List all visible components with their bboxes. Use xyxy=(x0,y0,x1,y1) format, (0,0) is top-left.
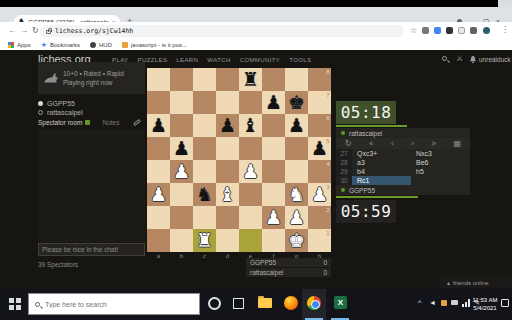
online-dot-icon xyxy=(341,188,345,192)
cycle-icon[interactable]: ↻ xyxy=(345,138,352,149)
bookmark-bookmarks[interactable]: ★ Bookmarks xyxy=(41,41,80,49)
bottom-player-row[interactable]: GGPP55 xyxy=(336,185,470,195)
square-b1[interactable] xyxy=(170,229,193,252)
square-a5[interactable] xyxy=(147,137,170,160)
phone-icon[interactable] xyxy=(133,119,141,126)
action-center-icon[interactable] xyxy=(501,299,509,307)
last-icon[interactable]: » xyxy=(431,138,436,149)
forward-button[interactable]: → xyxy=(20,26,28,36)
square-f5[interactable] xyxy=(262,137,285,160)
square-f7[interactable]: ♟ xyxy=(262,91,285,114)
square-g8[interactable] xyxy=(285,68,308,91)
black-pawn: ♟ xyxy=(170,137,193,160)
url-text: lichess.org/sjCw14hh xyxy=(55,27,133,35)
cortana-icon[interactable] xyxy=(208,297,221,310)
square-g7[interactable]: ♚ xyxy=(285,91,308,114)
square-h1[interactable]: 1 xyxy=(308,229,331,252)
square-d5[interactable] xyxy=(216,137,239,160)
time-control: 10+0 • Rated • Rapid xyxy=(63,69,124,78)
square-a3[interactable]: ♟ xyxy=(147,183,170,206)
square-b4[interactable]: ♟ xyxy=(170,160,193,183)
move-number: 29 xyxy=(336,167,352,176)
square-c3[interactable]: ♞ xyxy=(193,183,216,206)
crosstable-row[interactable]: GGPP55 0 xyxy=(246,258,331,267)
square-c4[interactable] xyxy=(193,160,216,183)
black-pawn: ♟ xyxy=(216,114,239,137)
square-a7[interactable] xyxy=(147,91,170,114)
square-f2[interactable]: ♟ xyxy=(262,206,285,229)
game-status: Playing right now xyxy=(63,78,124,87)
online-dot-icon xyxy=(341,131,345,135)
friends-online-widget[interactable]: ▴ friends online xyxy=(440,277,512,288)
browser-tab-strip: ♞ GGPP55 (2336) - rattascalpel (23 × + –… xyxy=(0,7,512,22)
top-right-notch xyxy=(498,0,512,7)
chrome-icon[interactable] xyxy=(307,296,321,310)
square-d6[interactable]: ♟ xyxy=(216,114,239,137)
square-f8[interactable] xyxy=(262,68,285,91)
black-pawn: ♟ xyxy=(147,114,170,137)
square-b6[interactable] xyxy=(170,114,193,137)
crosstable: GGPP55 0 rattascalpel 0 xyxy=(246,258,331,278)
square-g1[interactable]: ♚ xyxy=(285,229,308,252)
extension-icon[interactable] xyxy=(422,27,429,34)
search-icon xyxy=(35,302,40,307)
player-list: GGPP55 rattascalpel xyxy=(38,99,83,117)
square-d1[interactable] xyxy=(216,229,239,252)
nav-item-learn[interactable]: LEARN xyxy=(176,57,198,63)
rapid-rabbit-icon xyxy=(43,72,58,84)
player-white[interactable]: GGPP55 xyxy=(38,99,83,108)
square-c8[interactable] xyxy=(193,68,216,91)
nav-item-community[interactable]: COMMUNITY xyxy=(240,57,281,63)
rank-coordinate: 7 xyxy=(326,92,329,98)
tab-notes[interactable]: Notes xyxy=(102,119,119,126)
apps-grid-icon xyxy=(8,42,14,48)
white-move[interactable]: b4 xyxy=(352,167,411,176)
square-d3[interactable]: ♝ xyxy=(216,183,239,206)
square-h8[interactable]: 8 xyxy=(308,68,331,91)
move-row: 29b4h5 xyxy=(336,167,470,176)
black-piece-icon xyxy=(38,110,43,115)
black-king: ♚ xyxy=(285,91,308,114)
firefox-icon[interactable] xyxy=(284,296,298,310)
white-pawn: ♟ xyxy=(239,160,262,183)
rank-coordinate: 2 xyxy=(326,207,329,213)
bookmarks-bar: Apps ★ Bookmarks HUD javascript - is it … xyxy=(0,40,512,50)
extension-icon[interactable] xyxy=(458,27,465,34)
bookmark-javascript[interactable]: javascript - is it pos... xyxy=(122,42,187,48)
reload-button[interactable]: ↻ xyxy=(32,26,39,36)
room-on-indicator[interactable] xyxy=(85,120,90,125)
white-pawn: ♟ xyxy=(147,183,170,206)
search-icon[interactable] xyxy=(442,56,447,61)
square-c6[interactable] xyxy=(193,114,216,137)
tray-app-icon[interactable] xyxy=(441,300,447,306)
next-icon[interactable]: › xyxy=(411,138,414,149)
chat-messages-area xyxy=(38,129,145,242)
extension-icon[interactable] xyxy=(446,27,453,34)
white-move[interactable]: Qxc3+ xyxy=(352,149,411,158)
white-piece-icon xyxy=(38,101,43,106)
volume-icon[interactable]: ◄ xyxy=(429,298,436,308)
square-c2[interactable] xyxy=(193,206,216,229)
move-number: 27 xyxy=(336,149,352,158)
first-icon[interactable]: « xyxy=(369,138,374,149)
square-c7[interactable] xyxy=(193,91,216,114)
spectator-count: 39 Spectators xyxy=(38,261,78,268)
white-knight: ♞ xyxy=(285,183,308,206)
square-h4[interactable]: 4 xyxy=(308,160,331,183)
hud-icon xyxy=(90,42,96,48)
file-coordinate: b xyxy=(170,253,193,260)
profile-avatar[interactable] xyxy=(483,27,490,34)
black-bishop: ♝ xyxy=(239,114,262,137)
notifications-bell-icon[interactable] xyxy=(469,55,477,64)
challenges-icon[interactable]: ⚔ xyxy=(456,54,463,63)
square-b7[interactable] xyxy=(170,91,193,114)
square-f1[interactable] xyxy=(262,229,285,252)
white-rook: ♜ xyxy=(193,229,216,252)
js-icon xyxy=(122,42,128,48)
bookmark-hud[interactable]: HUD xyxy=(90,42,112,48)
extension-icon[interactable] xyxy=(434,27,441,34)
excel-icon[interactable]: X xyxy=(334,296,347,309)
start-button[interactable] xyxy=(9,298,21,310)
rank-coordinate: 1 xyxy=(326,230,329,236)
square-h7[interactable]: 7 xyxy=(308,91,331,114)
bottom-player-clock: 05:59 xyxy=(336,200,396,223)
move-number: 28 xyxy=(336,158,352,167)
square-c1[interactable]: ♜ xyxy=(193,229,216,252)
black-move[interactable]: Be6 xyxy=(411,158,470,167)
file-coordinate: a xyxy=(147,253,170,260)
file-coordinate: d xyxy=(216,253,239,260)
back-button[interactable]: ← xyxy=(8,26,16,36)
top-player-row[interactable]: rattascalpel xyxy=(336,128,470,138)
black-rook: ♜ xyxy=(239,68,262,91)
black-pawn: ♟ xyxy=(262,91,285,114)
move-panel: rattascalpel ↻«‹›»▦ 27Qxc3+Nxc328a3Be629… xyxy=(336,128,470,195)
square-a4[interactable] xyxy=(147,160,170,183)
tab-spectator-room[interactable]: Spectator room xyxy=(38,119,82,126)
white-pawn: ♟ xyxy=(262,206,285,229)
username[interactable]: unrealduck xyxy=(479,56,511,63)
rank-coordinate: 5 xyxy=(326,138,329,144)
square-e4[interactable]: ♟ xyxy=(239,160,262,183)
bookmark-star-icon[interactable]: ☆ xyxy=(410,26,417,35)
top-player-clock: 05:18 xyxy=(336,101,396,124)
square-h6[interactable]: 6 xyxy=(308,114,331,137)
task-view-icon[interactable] xyxy=(233,298,244,309)
nav-item-watch[interactable]: WATCH xyxy=(207,57,230,63)
square-e1[interactable] xyxy=(239,229,262,252)
square-g2[interactable]: ♟ xyxy=(285,206,308,229)
black-pawn: ♟ xyxy=(285,114,308,137)
white-move[interactable]: a3 xyxy=(352,158,411,167)
rank-coordinate: 4 xyxy=(326,161,329,167)
square-e6[interactable]: ♝ xyxy=(239,114,262,137)
square-d8[interactable] xyxy=(216,68,239,91)
chevron-up-icon: ▴ xyxy=(447,279,450,286)
prev-icon[interactable]: ‹ xyxy=(391,138,394,149)
move-list: 27Qxc3+Nxc328a3Be629b4h530Rc1 xyxy=(336,149,470,185)
move-list-toolbar: ↻«‹›»▦ xyxy=(336,138,470,149)
square-b2[interactable] xyxy=(170,206,193,229)
extension-icon[interactable] xyxy=(470,27,477,34)
square-d7[interactable] xyxy=(216,91,239,114)
move-row: 30Rc1 xyxy=(336,176,470,185)
screen-top-strip xyxy=(0,0,512,7)
analysis-board-icon[interactable]: ▦ xyxy=(453,138,461,149)
square-g6[interactable]: ♟ xyxy=(285,114,308,137)
square-g5[interactable] xyxy=(285,137,308,160)
square-e8[interactable]: ♜ xyxy=(239,68,262,91)
square-e2[interactable] xyxy=(239,206,262,229)
white-king: ♚ xyxy=(285,229,308,252)
square-g3[interactable]: ♞ xyxy=(285,183,308,206)
game-meta-box: 10+0 • Rated • Rapid Playing right now xyxy=(38,62,145,94)
black-move[interactable]: h5 xyxy=(411,167,470,176)
black-move[interactable]: Nxc3 xyxy=(411,149,470,158)
rank-coordinate: 3 xyxy=(326,184,329,190)
square-b8[interactable] xyxy=(170,68,193,91)
square-h5[interactable]: ♟5 xyxy=(308,137,331,160)
network-icon[interactable] xyxy=(462,299,471,307)
tray-folder-icon[interactable] xyxy=(451,300,458,305)
rank-coordinate: 6 xyxy=(326,115,329,121)
move-number: 30 xyxy=(336,176,352,185)
black-move xyxy=(411,176,470,185)
square-h3[interactable]: ♟3 xyxy=(308,183,331,206)
bookmark-apps[interactable]: Apps xyxy=(8,42,31,48)
browser-menu-icon[interactable]: ⋮ xyxy=(501,25,509,34)
square-f3[interactable] xyxy=(262,183,285,206)
square-e7[interactable] xyxy=(239,91,262,114)
rank-coordinate: 8 xyxy=(326,69,329,75)
taskbar-search-input[interactable] xyxy=(45,301,193,308)
move-row: 28a3Be6 xyxy=(336,158,470,167)
white-pawn: ♟ xyxy=(285,206,308,229)
crosstable-row[interactable]: rattascalpel 0 xyxy=(246,268,331,277)
square-a6[interactable]: ♟ xyxy=(147,114,170,137)
square-f6[interactable] xyxy=(262,114,285,137)
chat-input[interactable] xyxy=(38,243,145,256)
taskbar-clock[interactable]: 11:53 AM 5/4/2021 xyxy=(472,296,498,312)
square-c5[interactable] xyxy=(193,137,216,160)
chess-board: ♜8♟♚7♟♟♝♟6♟♟5♟♟4♟♞♝♞♟3♟♟2♜♚1 xyxy=(147,68,331,252)
square-e5[interactable] xyxy=(239,137,262,160)
white-move[interactable]: Rc1 xyxy=(352,176,411,185)
square-g4[interactable] xyxy=(285,160,308,183)
lock-icon xyxy=(46,30,51,34)
black-knight: ♞ xyxy=(193,183,216,206)
square-d2[interactable] xyxy=(216,206,239,229)
square-b5[interactable]: ♟ xyxy=(170,137,193,160)
square-a8[interactable] xyxy=(147,68,170,91)
square-a1[interactable] xyxy=(147,229,170,252)
square-h2[interactable]: 2 xyxy=(308,206,331,229)
bottom-time-bar xyxy=(336,196,418,198)
square-f4[interactable] xyxy=(262,160,285,183)
file-coordinate: c xyxy=(193,253,216,260)
white-pawn: ♟ xyxy=(170,160,193,183)
tray-expand-icon[interactable]: ^ xyxy=(418,298,421,308)
file-explorer-icon[interactable] xyxy=(258,298,272,308)
nav-item-tools[interactable]: TOOLS xyxy=(289,57,311,63)
screenshot-root: ♞ GGPP55 (2336) - rattascalpel (23 × + –… xyxy=(0,0,512,320)
taskbar-search[interactable] xyxy=(28,293,200,315)
square-d4[interactable] xyxy=(216,160,239,183)
square-b3[interactable] xyxy=(170,183,193,206)
move-row: 27Qxc3+Nxc3 xyxy=(336,149,470,158)
chat-tabs: Spectator room Notes xyxy=(38,117,145,128)
player-black[interactable]: rattascalpel xyxy=(38,108,83,117)
top-time-bar xyxy=(336,125,407,127)
address-bar[interactable]: lichess.org/sjCw14hh xyxy=(40,25,404,37)
star-icon: ★ xyxy=(41,41,47,49)
white-bishop: ♝ xyxy=(216,183,239,206)
square-e3[interactable] xyxy=(239,183,262,206)
square-a2[interactable] xyxy=(147,206,170,229)
